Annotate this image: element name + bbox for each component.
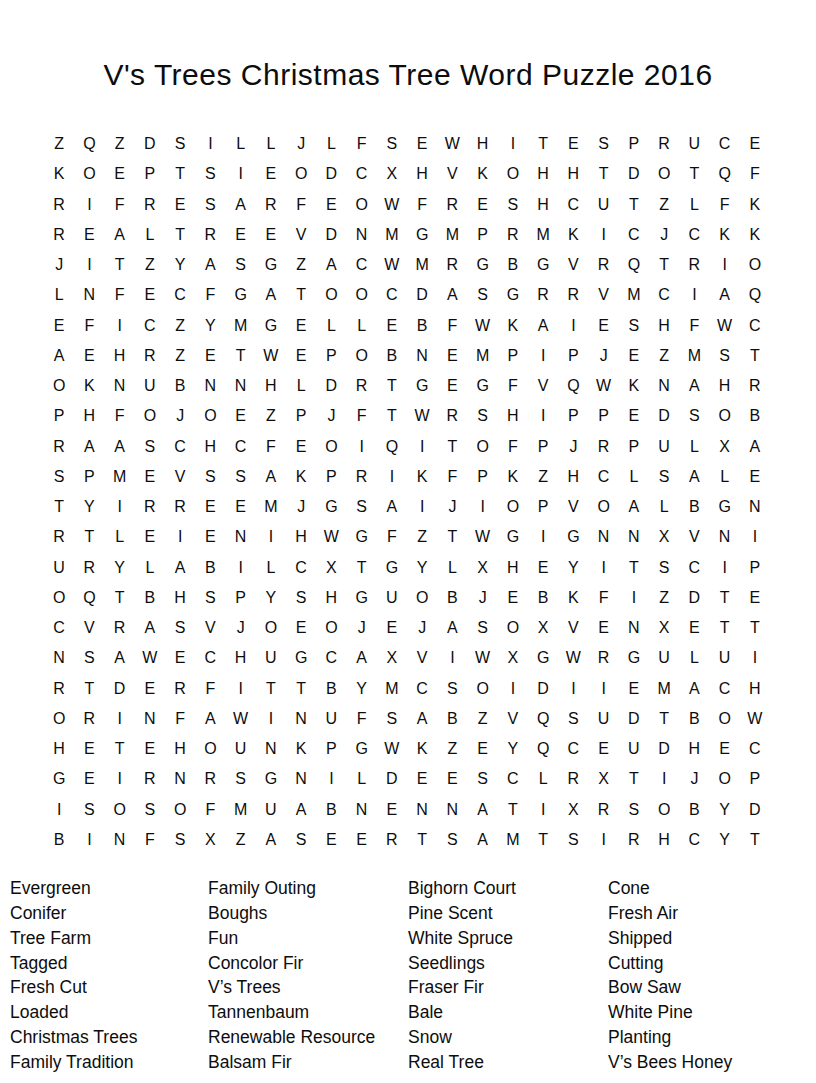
grid-cell-r16c18: K [558, 583, 588, 613]
grid-cell-r11c23: X [710, 432, 740, 462]
grid-cell-r2c4: P [135, 159, 165, 189]
grid-cell-r14c19: N [589, 522, 619, 552]
word-search-grid: ZQZDSILLJLFSEWHITESPRUCEKOEPTSIEODCXHVKO… [44, 129, 770, 855]
grid-cell-r22c9: N [286, 764, 316, 794]
grid-cell-r16c16: E [498, 583, 528, 613]
grid-cell-r14c13: Z [407, 522, 437, 552]
grid-cell-r2c13: H [407, 159, 437, 189]
grid-cell-r15c6: B [195, 553, 225, 583]
grid-cell-r10c16: H [498, 401, 528, 431]
grid-cell-r12c23: L [710, 462, 740, 492]
grid-cell-r9c24: R [740, 371, 770, 401]
grid-cell-r6c12: C [377, 280, 407, 310]
grid-cell-r24c14: S [437, 825, 467, 855]
grid-cell-r20c11: F [347, 704, 377, 734]
grid-cell-r5c1: J [44, 250, 74, 280]
grid-cell-r23c1: I [44, 795, 74, 825]
grid-cell-r23c9: A [286, 795, 316, 825]
grid-cell-r18c6: C [195, 643, 225, 673]
grid-cell-r18c22: L [679, 643, 709, 673]
grid-cell-r12c17: Z [528, 462, 558, 492]
grid-cell-r17c16: O [498, 613, 528, 643]
grid-cell-r22c20: T [619, 764, 649, 794]
word-item: Boughs [208, 901, 375, 926]
grid-cell-r8c2: E [74, 341, 104, 371]
grid-cell-r19c18: I [558, 674, 588, 704]
grid-cell-r4c2: E [74, 220, 104, 250]
grid-cell-r16c13: O [407, 583, 437, 613]
grid-cell-r11c6: H [195, 432, 225, 462]
grid-cell-r13c22: B [679, 492, 709, 522]
grid-cell-r18c1: N [44, 643, 74, 673]
grid-cell-r9c5: B [165, 371, 195, 401]
grid-cell-r19c2: T [74, 674, 104, 704]
grid-cell-r21c1: H [44, 734, 74, 764]
grid-cell-r1c15: H [468, 129, 498, 159]
grid-cell-r9c17: V [528, 371, 558, 401]
grid-cell-r5c8: G [256, 250, 286, 280]
grid-cell-r12c20: L [619, 462, 649, 492]
word-list-column-1: EvergreenConiferTree FarmTaggedFresh Cut… [10, 876, 137, 1075]
grid-cell-r1c16: I [498, 129, 528, 159]
grid-cell-r14c24: I [740, 522, 770, 552]
grid-cell-r7c16: K [498, 311, 528, 341]
grid-cell-r8c9: E [286, 341, 316, 371]
grid-cell-r4c13: G [407, 220, 437, 250]
grid-cell-r12c16: K [498, 462, 528, 492]
grid-cell-r9c3: N [105, 371, 135, 401]
grid-cell-r21c17: Q [528, 734, 558, 764]
grid-cell-r4c4: L [135, 220, 165, 250]
grid-cell-r13c5: R [165, 492, 195, 522]
word-item: Family Outing [208, 876, 375, 901]
grid-cell-r1c14: W [437, 129, 467, 159]
grid-cell-r5c10: A [316, 250, 346, 280]
grid-cell-r12c7: S [226, 462, 256, 492]
grid-cell-r20c19: U [589, 704, 619, 734]
grid-cell-r19c20: E [619, 674, 649, 704]
grid-cell-r5c7: S [226, 250, 256, 280]
grid-cell-r4c20: C [619, 220, 649, 250]
grid-cell-r13c14: J [437, 492, 467, 522]
grid-cell-r5c20: Q [619, 250, 649, 280]
grid-cell-r19c12: M [377, 674, 407, 704]
grid-cell-r9c21: N [649, 371, 679, 401]
word-item: Loaded [10, 1000, 137, 1025]
word-item: Tagged [10, 951, 137, 976]
grid-cell-r18c17: G [528, 643, 558, 673]
word-item: Bale [408, 1000, 516, 1025]
grid-cell-r24c10: E [316, 825, 346, 855]
grid-cell-r17c13: J [407, 613, 437, 643]
grid-cell-r7c21: H [649, 311, 679, 341]
grid-cell-r18c13: V [407, 643, 437, 673]
grid-cell-r6c3: F [105, 280, 135, 310]
grid-cell-r10c17: I [528, 401, 558, 431]
grid-cell-r13c8: M [256, 492, 286, 522]
grid-cell-r23c12: E [377, 795, 407, 825]
grid-cell-r2c23: Q [710, 159, 740, 189]
grid-cell-r2c5: T [165, 159, 195, 189]
grid-cell-r24c8: A [256, 825, 286, 855]
grid-cell-r15c16: H [498, 553, 528, 583]
grid-cell-r4c8: E [256, 220, 286, 250]
grid-cell-r14c20: N [619, 522, 649, 552]
word-item: Bighorn Court [408, 876, 516, 901]
grid-cell-r15c20: T [619, 553, 649, 583]
grid-cell-r9c15: G [468, 371, 498, 401]
grid-cell-r15c19: I [589, 553, 619, 583]
grid-cell-r8c3: H [105, 341, 135, 371]
grid-cell-r18c10: C [316, 643, 346, 673]
grid-cell-r22c16: C [498, 764, 528, 794]
puzzle-page: V's Trees Christmas Tree Word Puzzle 201… [0, 0, 816, 1083]
grid-cell-r16c12: U [377, 583, 407, 613]
grid-cell-r15c15: X [468, 553, 498, 583]
grid-cell-r6c4: E [135, 280, 165, 310]
grid-cell-r4c5: T [165, 220, 195, 250]
grid-cell-r22c18: R [558, 764, 588, 794]
grid-cell-r16c19: F [589, 583, 619, 613]
word-item: Shipped [608, 926, 732, 951]
grid-cell-r5c4: Z [135, 250, 165, 280]
grid-cell-r7c15: W [468, 311, 498, 341]
grid-cell-r21c12: W [377, 734, 407, 764]
grid-cell-r22c17: L [528, 764, 558, 794]
grid-cell-r11c16: F [498, 432, 528, 462]
grid-cell-r19c15: O [468, 674, 498, 704]
grid-cell-r3c6: S [195, 190, 225, 220]
grid-cell-r4c10: D [316, 220, 346, 250]
grid-cell-r20c20: D [619, 704, 649, 734]
grid-cell-r20c7: W [226, 704, 256, 734]
grid-cell-r3c19: U [589, 190, 619, 220]
grid-cell-r20c21: T [649, 704, 679, 734]
grid-cell-r4c16: R [498, 220, 528, 250]
grid-cell-r22c7: S [226, 764, 256, 794]
grid-cell-r18c3: A [105, 643, 135, 673]
grid-cell-r9c11: R [347, 371, 377, 401]
grid-cell-r10c2: H [74, 401, 104, 431]
word-item: Bow Saw [608, 975, 732, 1000]
grid-cell-r12c19: C [589, 462, 619, 492]
grid-cell-r5c14: R [437, 250, 467, 280]
grid-cell-r22c11: L [347, 764, 377, 794]
grid-cell-r14c15: W [468, 522, 498, 552]
grid-cell-r19c19: I [589, 674, 619, 704]
grid-cell-r16c2: Q [74, 583, 104, 613]
grid-cell-r6c2: N [74, 280, 104, 310]
grid-cell-r24c2: I [74, 825, 104, 855]
grid-cell-r21c8: N [256, 734, 286, 764]
grid-cell-r19c1: R [44, 674, 74, 704]
grid-cell-r13c24: N [740, 492, 770, 522]
grid-cell-r22c6: R [195, 764, 225, 794]
grid-cell-r18c16: X [498, 643, 528, 673]
grid-cell-r23c22: B [679, 795, 709, 825]
grid-cell-r19c9: T [286, 674, 316, 704]
grid-cell-r1c23: C [710, 129, 740, 159]
word-item: Fun [208, 926, 375, 951]
word-item: Cone [608, 876, 732, 901]
grid-cell-r10c7: E [226, 401, 256, 431]
grid-cell-r14c6: E [195, 522, 225, 552]
grid-cell-r19c17: D [528, 674, 558, 704]
grid-cell-r8c20: E [619, 341, 649, 371]
grid-cell-r23c21: O [649, 795, 679, 825]
grid-cell-r13c20: A [619, 492, 649, 522]
grid-cell-r8c23: S [710, 341, 740, 371]
grid-cell-r18c4: W [135, 643, 165, 673]
grid-cell-r11c18: J [558, 432, 588, 462]
grid-cell-r6c22: I [679, 280, 709, 310]
grid-cell-r12c9: K [286, 462, 316, 492]
grid-cell-r4c19: I [589, 220, 619, 250]
grid-cell-r23c14: N [437, 795, 467, 825]
grid-cell-r16c3: T [105, 583, 135, 613]
grid-cell-r6c21: C [649, 280, 679, 310]
grid-cell-r24c19: I [589, 825, 619, 855]
grid-cell-r3c16: S [498, 190, 528, 220]
grid-cell-r8c6: E [195, 341, 225, 371]
grid-cell-r8c14: E [437, 341, 467, 371]
grid-cell-r5c15: G [468, 250, 498, 280]
grid-cell-r20c5: F [165, 704, 195, 734]
grid-cell-r13c1: T [44, 492, 74, 522]
grid-cell-r6c11: O [347, 280, 377, 310]
word-item: Renewable Resource [208, 1025, 375, 1050]
grid-cell-r10c5: J [165, 401, 195, 431]
grid-cell-r5c12: W [377, 250, 407, 280]
grid-cell-r16c5: H [165, 583, 195, 613]
grid-cell-r15c23: I [710, 553, 740, 583]
grid-cell-r18c2: S [74, 643, 104, 673]
grid-cell-r16c6: S [195, 583, 225, 613]
grid-cell-r17c20: N [619, 613, 649, 643]
grid-cell-r22c24: P [740, 764, 770, 794]
grid-cell-r17c2: V [74, 613, 104, 643]
word-list-column-3: Bighorn CourtPine ScentWhite SpruceSeedl… [408, 876, 516, 1075]
grid-cell-r3c13: F [407, 190, 437, 220]
grid-cell-r7c10: L [316, 311, 346, 341]
grid-cell-r9c22: A [679, 371, 709, 401]
page-title: V's Trees Christmas Tree Word Puzzle 201… [0, 58, 816, 92]
grid-cell-r15c10: X [316, 553, 346, 583]
grid-cell-r14c21: X [649, 522, 679, 552]
grid-cell-r4c7: E [226, 220, 256, 250]
grid-cell-r7c24: C [740, 311, 770, 341]
grid-cell-r15c11: T [347, 553, 377, 583]
grid-cell-r10c18: P [558, 401, 588, 431]
grid-cell-r14c3: L [105, 522, 135, 552]
grid-cell-r2c14: V [437, 159, 467, 189]
grid-cell-r20c15: Z [468, 704, 498, 734]
grid-cell-r14c5: I [165, 522, 195, 552]
grid-cell-r23c19: R [589, 795, 619, 825]
grid-cell-r5c3: T [105, 250, 135, 280]
grid-cell-r11c4: S [135, 432, 165, 462]
grid-cell-r7c13: B [407, 311, 437, 341]
grid-cell-r19c10: B [316, 674, 346, 704]
grid-cell-r13c21: L [649, 492, 679, 522]
grid-cell-r11c8: F [256, 432, 286, 462]
grid-cell-r10c12: T [377, 401, 407, 431]
grid-cell-r8c17: I [528, 341, 558, 371]
grid-cell-r7c23: W [710, 311, 740, 341]
grid-cell-r22c10: I [316, 764, 346, 794]
grid-cell-r7c3: I [105, 311, 135, 341]
word-item: V’s Trees [208, 975, 375, 1000]
grid-cell-r11c19: R [589, 432, 619, 462]
grid-cell-r20c13: A [407, 704, 437, 734]
grid-cell-r19c3: D [105, 674, 135, 704]
grid-cell-r9c4: U [135, 371, 165, 401]
grid-cell-r21c20: U [619, 734, 649, 764]
grid-cell-r20c4: N [135, 704, 165, 734]
grid-cell-r6c23: A [710, 280, 740, 310]
grid-cell-r16c8: Y [256, 583, 286, 613]
grid-cell-r7c2: F [74, 311, 104, 341]
grid-cell-r4c3: A [105, 220, 135, 250]
grid-cell-r1c8: L [256, 129, 286, 159]
word-item: Family Tradition [10, 1050, 137, 1075]
grid-cell-r7c18: I [558, 311, 588, 341]
grid-cell-r13c11: S [347, 492, 377, 522]
grid-cell-r24c15: A [468, 825, 498, 855]
grid-cell-r11c20: P [619, 432, 649, 462]
grid-cell-r21c3: T [105, 734, 135, 764]
grid-cell-r9c23: H [710, 371, 740, 401]
grid-cell-r1c21: R [649, 129, 679, 159]
grid-cell-r19c11: Y [347, 674, 377, 704]
grid-cell-r23c15: A [468, 795, 498, 825]
grid-cell-r15c1: U [44, 553, 74, 583]
grid-cell-r9c14: E [437, 371, 467, 401]
grid-cell-r16c14: B [437, 583, 467, 613]
grid-cell-r17c6: V [195, 613, 225, 643]
grid-cell-r16c7: P [226, 583, 256, 613]
grid-cell-r14c16: G [498, 522, 528, 552]
grid-cell-r12c24: E [740, 462, 770, 492]
grid-cell-r15c13: Y [407, 553, 437, 583]
grid-cell-r11c24: A [740, 432, 770, 462]
grid-cell-r14c10: W [316, 522, 346, 552]
grid-cell-r9c7: N [226, 371, 256, 401]
grid-cell-r2c3: E [105, 159, 135, 189]
word-item: Planting [608, 1025, 732, 1050]
grid-cell-r5c5: Y [165, 250, 195, 280]
grid-cell-r10c11: F [347, 401, 377, 431]
grid-cell-r23c18: X [558, 795, 588, 825]
grid-cell-r15c4: L [135, 553, 165, 583]
grid-cell-r3c21: Z [649, 190, 679, 220]
grid-cell-r13c4: R [135, 492, 165, 522]
grid-cell-r12c1: S [44, 462, 74, 492]
grid-cell-r6c18: R [558, 280, 588, 310]
grid-cell-r21c18: C [558, 734, 588, 764]
grid-cell-r21c22: H [679, 734, 709, 764]
grid-cell-r23c17: I [528, 795, 558, 825]
grid-cell-r11c13: I [407, 432, 437, 462]
grid-cell-r17c15: S [468, 613, 498, 643]
grid-cell-r2c11: C [347, 159, 377, 189]
grid-cell-r18c11: A [347, 643, 377, 673]
grid-cell-r1c6: I [195, 129, 225, 159]
grid-cell-r11c9: E [286, 432, 316, 462]
grid-cell-r21c14: Z [437, 734, 467, 764]
grid-cell-r4c1: R [44, 220, 74, 250]
grid-cell-r7c22: F [679, 311, 709, 341]
grid-cell-r9c18: Q [558, 371, 588, 401]
grid-cell-r20c2: R [74, 704, 104, 734]
grid-cell-r24c16: M [498, 825, 528, 855]
grid-cell-r21c23: E [710, 734, 740, 764]
grid-cell-r17c22: E [679, 613, 709, 643]
grid-cell-r1c11: F [347, 129, 377, 159]
grid-cell-r6c5: C [165, 280, 195, 310]
grid-cell-r22c15: S [468, 764, 498, 794]
grid-cell-r22c22: J [679, 764, 709, 794]
grid-cell-r22c5: N [165, 764, 195, 794]
grid-cell-r16c17: B [528, 583, 558, 613]
grid-cell-r15c12: G [377, 553, 407, 583]
grid-cell-r1c12: S [377, 129, 407, 159]
grid-cell-r8c12: B [377, 341, 407, 371]
grid-cell-r1c20: P [619, 129, 649, 159]
grid-cell-r20c6: A [195, 704, 225, 734]
grid-cell-r9c10: D [316, 371, 346, 401]
grid-cell-r19c5: R [165, 674, 195, 704]
grid-cell-r15c18: Y [558, 553, 588, 583]
grid-cell-r19c14: S [437, 674, 467, 704]
grid-cell-r3c1: R [44, 190, 74, 220]
grid-cell-r6c24: Q [740, 280, 770, 310]
grid-cell-r22c2: E [74, 764, 104, 794]
grid-cell-r13c18: V [558, 492, 588, 522]
grid-cell-r3c2: I [74, 190, 104, 220]
grid-cell-r22c14: E [437, 764, 467, 794]
grid-cell-r17c11: J [347, 613, 377, 643]
grid-cell-r14c18: G [558, 522, 588, 552]
grid-cell-r6c20: M [619, 280, 649, 310]
grid-cell-r13c9: J [286, 492, 316, 522]
grid-cell-r7c7: M [226, 311, 256, 341]
grid-cell-r15c8: L [256, 553, 286, 583]
grid-cell-r22c23: O [710, 764, 740, 794]
grid-cell-r3c17: H [528, 190, 558, 220]
grid-cell-r21c24: C [740, 734, 770, 764]
grid-cell-r9c9: L [286, 371, 316, 401]
grid-cell-r12c4: E [135, 462, 165, 492]
grid-cell-r17c9: E [286, 613, 316, 643]
grid-cell-r12c12: I [377, 462, 407, 492]
grid-cell-r17c23: T [710, 613, 740, 643]
grid-cell-r2c10: D [316, 159, 346, 189]
grid-cell-r18c21: U [649, 643, 679, 673]
grid-cell-r24c11: E [347, 825, 377, 855]
grid-cell-r9c16: F [498, 371, 528, 401]
grid-cell-r15c2: R [74, 553, 104, 583]
grid-cell-r5c23: I [710, 250, 740, 280]
grid-cell-r1c18: E [558, 129, 588, 159]
grid-cell-r16c4: B [135, 583, 165, 613]
grid-cell-r10c21: D [649, 401, 679, 431]
grid-cell-r1c9: J [286, 129, 316, 159]
grid-cell-r2c18: H [558, 159, 588, 189]
grid-cell-r14c22: V [679, 522, 709, 552]
grid-cell-r5c9: Z [286, 250, 316, 280]
grid-cell-r23c2: S [74, 795, 104, 825]
